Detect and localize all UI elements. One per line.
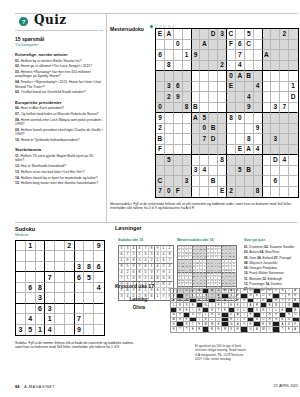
mestersudoku-cell: E [236, 145, 245, 156]
mestersudoku-cell [263, 145, 272, 156]
mestersudoku-cell [280, 71, 289, 82]
mestersudoku-cell [218, 145, 227, 156]
sudoku-cell [16, 251, 26, 261]
mestersudoku-cell [174, 29, 183, 40]
mestersudoku-cell [218, 50, 227, 61]
sudoku-cell [75, 293, 85, 303]
mestersudoku-cell [174, 124, 183, 135]
sudoku-cell [26, 262, 36, 272]
mestersudoku-cell [174, 145, 183, 156]
mestersudoku-cell [236, 103, 245, 114]
mestersudoku-cell: 1 [289, 82, 298, 93]
sudoku-cell: 6 [75, 272, 85, 282]
sudoku-cell [55, 314, 65, 324]
mestersudoku-cell [165, 71, 174, 82]
prize-info-line: 0107 Oslo, innen onsdag. [195, 357, 298, 361]
mestersudoku-cell [183, 145, 192, 156]
mestersudoku-cell: 4 [236, 61, 245, 72]
mestersudoku-cell: 0 [200, 124, 209, 135]
quiz-question: 07. Og hvilket land ledes av Marcelo Reb… [15, 112, 103, 116]
mestersudoku-cell [183, 82, 192, 93]
sudoku-cell: 9 [94, 241, 104, 251]
sudoku-cell: 5 [26, 325, 36, 335]
mestersudoku-cell: B [209, 124, 218, 135]
sudoku-cell [36, 262, 46, 272]
mestersudoku-cell [200, 61, 209, 72]
mestersudoku-cell [289, 71, 298, 82]
mestersudoku-cell: 9 [245, 103, 254, 114]
mestersudoku-cell [192, 61, 201, 72]
sudoku-cell [16, 314, 26, 324]
mestersudoku-cell [227, 176, 236, 187]
mestersudoku-cell [218, 92, 227, 103]
mestersudoku-cell [183, 155, 192, 166]
mestersudoku-cell: 0 [236, 113, 245, 124]
mestersudoku-cell [218, 124, 227, 135]
sudoku-cell [26, 304, 36, 314]
sudoku-cell [16, 283, 26, 293]
mestersudoku-cell [289, 134, 298, 145]
mestersudoku-cell: C [245, 40, 254, 51]
sudoku-cell [84, 325, 94, 335]
quiz-question: 12. Hva er Skottlands hovedstad? [15, 164, 103, 168]
mestersudoku-cell [174, 134, 183, 145]
mestersudoku-cell [271, 71, 280, 82]
quiz-answer-line: 11. Blossom 12. Edinburgh [244, 277, 298, 281]
mestersudoku-cell: 9 [156, 113, 165, 124]
mestersudoku-cell: 2 [227, 187, 236, 198]
mestersudoku-cell [271, 40, 280, 51]
mestersudoku-cell [236, 187, 245, 198]
mestersudoku-cell [174, 155, 183, 166]
mestersudoku-cell [200, 187, 209, 198]
mestersudoku-cell [263, 155, 272, 166]
mestersudoku-cell [165, 113, 174, 124]
mestersudoku-cell: 3 [218, 29, 227, 40]
mestersudoku-cell: 6 [236, 40, 245, 51]
mestersudoku-cell [289, 166, 298, 177]
section-rule [15, 222, 298, 223]
mestersudoku-cell: 6 [174, 82, 183, 93]
mestersudoku-cell [174, 61, 183, 72]
sudoku-cell [94, 325, 104, 335]
mestersudoku-cell [183, 124, 192, 135]
mestersudoku-cell [165, 166, 174, 177]
mestersudoku-cell: 8 [254, 187, 263, 198]
mestersudoku-board: EAD3C520AF6C6197A8240AB36E41294D08B9379A… [155, 28, 299, 198]
mestersudoku-cell [271, 29, 280, 40]
mestersudoku-cell [236, 82, 245, 93]
sudoku-cell: 4 [26, 314, 36, 324]
mestersudoku-cell: 5 [245, 29, 254, 40]
sudoku-cell [16, 293, 26, 303]
mestersudoku-cell [227, 61, 236, 72]
mestersudoku-cell: C [156, 176, 165, 187]
mestersudoku-cell [174, 50, 183, 61]
mestersudoku-cell: 0 [227, 71, 236, 82]
mestersudoku-cell: D [289, 92, 298, 103]
mestersudoku-cell: 2 [156, 124, 165, 135]
mestersudoku-cell [289, 176, 298, 187]
mestersudoku-cell: 4 [254, 82, 263, 93]
quiz-question: 13. Hvilken artist står bak hiten «Let H… [15, 170, 103, 174]
mestersudoku-cell [209, 155, 218, 166]
mestersudoku-cell [209, 166, 218, 177]
mestersudoku-cell [174, 71, 183, 82]
mestersudoku-explainer: Mestersudoku: Fyll ut de resterende felt… [110, 202, 298, 211]
sudoku-cell [26, 272, 36, 282]
mestersudoku-cell [192, 176, 201, 187]
mestersudoku-cell: F [156, 145, 165, 156]
mestersudoku-cell [280, 145, 289, 156]
quiz-question: 04. Finalist i «Stjernekamp» i 2015. Hve… [15, 80, 103, 89]
sudoku-cell: 9 [75, 325, 85, 335]
sudoku-cell [36, 241, 46, 251]
mestersudoku-cell [254, 155, 263, 166]
mestersudoku-cell: E [156, 29, 165, 40]
mestersudoku-cell [245, 61, 254, 72]
mestersudoku-cell: B [245, 71, 254, 82]
quiz-question: 09. Hvilken fransk president etterfulgte… [15, 128, 103, 137]
mestersudoku-cell [254, 103, 263, 114]
mestersudoku-cell: 6 [156, 50, 165, 61]
solutions-header: Løsninger [115, 225, 142, 231]
mestersudoku-cell: B [156, 134, 165, 145]
sudoku-cell [75, 241, 85, 251]
mestersudoku-cell [271, 166, 280, 177]
mestersudoku-cell [263, 82, 272, 93]
column-divider [106, 13, 107, 222]
mestersudoku-cell [165, 50, 174, 61]
mestersudoku-cell [271, 145, 280, 156]
mestersudoku-cell [263, 176, 272, 187]
mestersudoku-cell [183, 113, 192, 124]
mestersudoku-cell [192, 145, 201, 156]
mestersudoku-cell: 4 [280, 155, 289, 166]
mestersudoku-cell: 2 [280, 29, 289, 40]
mestersudoku-cell [209, 187, 218, 198]
solution-sudoku-board: 5346789126721953481983425678597614234268… [118, 245, 174, 301]
sudoku-cell [16, 272, 26, 282]
mestersudoku-cell [245, 187, 254, 198]
mestersudoku-cell [280, 113, 289, 124]
mestersudoku-cell [236, 176, 245, 187]
mestersudoku-cell: 9 [192, 50, 201, 61]
quiz-question: 02. Hvem ga ut albumet «Ten Love Songs» … [15, 64, 103, 68]
sudoku-cell [45, 283, 55, 293]
mestersudoku-cell [183, 166, 192, 177]
mestersudoku-cell [227, 92, 236, 103]
mestersudoku-cell [192, 155, 201, 166]
sudoku-cell [65, 314, 75, 324]
mestersudoku-cell: 3 [192, 166, 201, 177]
mestersudoku-cell [183, 29, 192, 40]
quiz-answers-list: 01. Drammen 02. Susanne Sundfør03. Auror… [244, 245, 298, 293]
footer-date: 22. APRIL 2022 [208, 384, 298, 388]
mestersudoku-cell [218, 82, 227, 93]
mestersudoku-cell: E [227, 82, 236, 93]
mestersudoku-cell [245, 124, 254, 135]
mestersudoku-cell [156, 82, 165, 93]
mestersudoku-cell [227, 145, 236, 156]
mestersudoku-cell: C [227, 29, 236, 40]
sudoku-cell [65, 262, 75, 272]
sudoku-cell [55, 293, 65, 303]
quiz-answer-line: 13. Passenger 14. Dundee [244, 282, 298, 286]
mestersudoku-cell [254, 40, 263, 51]
sudoku-cell [75, 251, 85, 261]
sudoku-cell [65, 272, 75, 282]
mestersudoku-cell [200, 71, 209, 82]
mestersudoku-cell [227, 50, 236, 61]
quiz-question: 06. Hvor er Alar Karis president? [15, 106, 103, 110]
mestersudoku-cell [271, 92, 280, 103]
mestersudoku-cell [156, 92, 165, 103]
page-number: 84 [15, 384, 19, 389]
sudoku-cell [55, 241, 65, 251]
mestersudoku-cell [289, 50, 298, 61]
mestersudoku-cell: D [209, 134, 218, 145]
mestersudoku-cell [165, 124, 174, 135]
mestersudoku-cell: 8 [165, 61, 174, 72]
mestersudoku-cell: D [209, 29, 218, 40]
mestersudoku-cell [156, 61, 165, 72]
sudoku-cell: 1 [45, 314, 55, 324]
mestersudoku-cell: A [245, 145, 254, 156]
quiz-question: 01. Hvilken by er artisten Emilie Nicola… [15, 59, 103, 63]
mestersudoku-cell: A [165, 29, 174, 40]
mestersudoku-cell: A [200, 40, 209, 51]
sudoku-cell [65, 304, 75, 314]
sudoku-cell [65, 251, 75, 261]
mestersudoku-cell [227, 155, 236, 166]
mestersudoku-cell: 4 [245, 92, 254, 103]
mestersudoku-cell: 1 [183, 50, 192, 61]
mestersudoku-cell [263, 187, 272, 198]
mestersudoku-cell [218, 103, 227, 114]
mestersudoku-cell [245, 113, 254, 124]
mestersudoku-cell [156, 71, 165, 82]
mestersudoku-cell [227, 124, 236, 135]
mestersudoku-cell [254, 134, 263, 145]
mestersudoku-cell: 5 [200, 113, 209, 124]
sudoku-cell [26, 293, 36, 303]
sudoku-cell: 1 [36, 325, 46, 335]
mestersudoku-cell [174, 176, 183, 187]
mestersudoku-cell: 8 [218, 155, 227, 166]
difficulty-dot-icon [150, 25, 153, 28]
mestersudoku-cell: 4 [200, 166, 209, 177]
mestersudoku-cell: 2 [218, 61, 227, 72]
sudoku-cell [84, 251, 94, 261]
sudoku-cell [65, 293, 75, 303]
prize-info-text: Et gavekort på 500 kr går til førstuttru… [195, 344, 298, 361]
mestersudoku-cell [209, 61, 218, 72]
quiz-question: 10. Hvem er Tysklands forbundspresident? [15, 138, 103, 142]
mestersudoku-cell [200, 29, 209, 40]
mestersudoku-cell: 3 [165, 82, 174, 93]
quiz-category-header: Kvinnelige, norske artister [15, 52, 103, 57]
mestersudoku-cell [289, 61, 298, 72]
mestersudoku-cell [289, 145, 298, 156]
sudoku-cell: 4 [45, 325, 55, 335]
mestersudoku-cell [289, 103, 298, 114]
mestersudoku-cell [200, 92, 209, 103]
page-title: Quiz [34, 13, 67, 27]
mestersudoku-cell: A [192, 113, 201, 124]
magazine-name: A-MAGASINET [24, 385, 55, 389]
sudoku-cell [84, 293, 94, 303]
mestersudoku-cell [192, 40, 201, 51]
sudoku-cell: 3 [75, 262, 85, 272]
mestersudoku-cell [289, 155, 298, 166]
mestersudoku-cell: 8 [183, 103, 192, 114]
mestersudoku-cell [245, 50, 254, 61]
mestersudoku-cell: 9 [174, 92, 183, 103]
mestersudoku-cell: 6 [271, 176, 280, 187]
mestersudoku-cell: E [218, 187, 227, 198]
sudoku-cell [55, 283, 65, 293]
mestersudoku-cell [263, 113, 272, 124]
sudoku-cell [45, 251, 55, 261]
mestersudoku-cell [183, 61, 192, 72]
sudoku-cell: 8 [36, 283, 46, 293]
mestersudoku-cell [218, 113, 227, 124]
sudoku-cell [94, 314, 104, 324]
sudoku-cell [84, 314, 94, 324]
quiz-answer-line: 09. Georges Pompidou [244, 266, 298, 270]
sudoku-cell [36, 251, 46, 261]
mestersudoku-cell: 2 [165, 92, 174, 103]
quiz-answer-line: 10. Frank-Walter Steinmeier [244, 271, 298, 275]
crossword-cell: A [293, 327, 299, 332]
mestersudoku-cell: B [245, 166, 254, 177]
sudoku-board: 12938676568436341735149 [15, 240, 105, 336]
mestersudoku-cell [192, 29, 201, 40]
mestersudoku-cell [263, 134, 272, 145]
mestersudoku-cell [254, 92, 263, 103]
mestersudoku-cell [165, 134, 174, 145]
sudoku-cell [55, 304, 65, 314]
sudoku-cell [75, 304, 85, 314]
mestersudoku-cell [200, 82, 209, 93]
sudoku-cell [94, 304, 104, 314]
mestersudoku-cell [183, 92, 192, 103]
mestersudoku-cell [271, 113, 280, 124]
quiz-answer-line: 01. Drammen 02. Susanne Sundfør [244, 245, 298, 249]
mestersudoku-cell [263, 92, 272, 103]
mestersudoku-cell [254, 61, 263, 72]
quiz-category-header: Europeiske presidenter [15, 100, 103, 105]
mestersudoku-cell: 5 [165, 155, 174, 166]
mestersudoku-cell [165, 145, 174, 156]
mestersudoku-cell [218, 166, 227, 177]
quiz-question: 11. Hvilken TV-serie gjorde Mayim Bialik… [15, 154, 103, 163]
sudoku-cell [45, 262, 55, 272]
mestersudoku-cell [209, 113, 218, 124]
crossword-solution-board: STOLAMIRAKELOVERTAKOLIVIASENEDEIREARMENS… [170, 288, 300, 333]
mestersudoku-cell [280, 92, 289, 103]
crossword-header: Kryssord uke 17 [115, 283, 154, 289]
quiz-question: 03. Hennes «Runaway» har mer enn 450 mil… [15, 70, 103, 79]
mestersudoku-cell [209, 40, 218, 51]
sudoku-cell: 7 [45, 272, 55, 282]
mestersudoku-cell [263, 71, 272, 82]
sudoku-cell [16, 241, 26, 251]
quiz-answer-line: 05. Gåte 06. Estland 07. Portugal [244, 256, 298, 260]
mestersudoku-cell [165, 40, 174, 51]
mestersudoku-cell [236, 29, 245, 40]
mestersudoku-cell [156, 155, 165, 166]
mestersudoku-cell [236, 134, 245, 145]
mestersudoku-cell: 0 [174, 40, 183, 51]
sudoku-cell: 4 [94, 283, 104, 293]
sudoku-cell [75, 283, 85, 293]
mestersudoku-cell [263, 103, 272, 114]
sudoku-cell [84, 304, 94, 314]
mestersudoku-cell: D [271, 155, 280, 166]
sudoku-cell [94, 251, 104, 261]
mestersudoku-cell: 9 [254, 124, 263, 135]
mestersudoku-cell [200, 50, 209, 61]
mestersudoku-cell [218, 134, 227, 145]
mestersudoku-cell: 5 [236, 166, 245, 177]
sudoku-cell [36, 272, 46, 282]
mestersudoku-cell [280, 50, 289, 61]
sudoku-cell: 3 [45, 304, 55, 314]
mestersudoku-cell: A [236, 71, 245, 82]
mestersudoku-cell: 7 [156, 187, 165, 198]
sudoku-cell [84, 283, 94, 293]
mestersudoku-cell [254, 29, 263, 40]
mestersudoku-cell [192, 187, 201, 198]
mestersudoku-cell: 8 [227, 113, 236, 124]
sudoku-cell: 6 [94, 262, 104, 272]
quiz-question-list: Kvinnelige, norske artister01. Hvilken b… [15, 52, 103, 186]
mestersudoku-cell [209, 103, 218, 114]
sudoku-cell: 6 [26, 283, 36, 293]
sudoku-cell [45, 241, 55, 251]
mestersudoku-cell: 3 [271, 103, 280, 114]
mestersudoku-cell [280, 134, 289, 145]
sudoku-cell [16, 262, 26, 272]
quiz-answer-line: 08. Wojciech Jaruzelski [244, 261, 298, 265]
mestersudoku-cell [174, 166, 183, 177]
question-badge-icon: ? [19, 17, 28, 26]
mestersudoku-cell [165, 103, 174, 114]
mestersudoku-cell: B [209, 176, 218, 187]
mestersudoku-cell: 8 [245, 134, 254, 145]
mestersudoku-cell [227, 166, 236, 177]
mestersudoku-cell [245, 176, 254, 187]
mestersudoku-cell [280, 40, 289, 51]
mestersudoku-cell [209, 71, 218, 82]
mestersudoku-cell [200, 145, 209, 156]
mestersudoku-cell [183, 40, 192, 51]
sudoku-cell [94, 272, 104, 282]
quiz-subtitle: Tre kategorier [15, 43, 103, 47]
mestersudoku-cell [200, 155, 209, 166]
quiz-header-rule [15, 30, 103, 31]
quiz-answers-label: Svar på quiz [244, 238, 265, 242]
mestersudoku-cell: 3 [271, 134, 280, 145]
mestersudoku-cell [236, 124, 245, 135]
quiz-column: 15 spørsmål Tre kategorier Kvinnelige, n… [15, 36, 103, 187]
mestersudoku-label: Mestersudoku [110, 26, 144, 32]
solution-sudoku-label: Sudoku uke 16 [118, 238, 143, 242]
mestersudoku-cell [254, 71, 263, 82]
mestersudoku-cell [245, 155, 254, 166]
